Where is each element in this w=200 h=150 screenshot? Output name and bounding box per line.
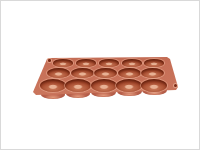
mould-cavity xyxy=(141,68,164,78)
mould-cavity xyxy=(122,59,142,66)
mould-cavity xyxy=(76,59,96,66)
mould-cavity xyxy=(118,68,141,78)
mould-cavity xyxy=(144,59,164,66)
corner-dimple xyxy=(48,59,50,61)
mould-cavity xyxy=(94,68,117,78)
mould-cavity xyxy=(71,68,94,78)
product-photo xyxy=(0,0,200,150)
mould-cavity xyxy=(40,79,66,92)
corner-dimple xyxy=(174,84,177,87)
mould-cavity xyxy=(99,59,119,66)
mould-cavity xyxy=(65,79,91,92)
mould-cavity xyxy=(53,59,73,66)
mould-cavity xyxy=(47,68,70,78)
mould-cavity xyxy=(141,79,167,92)
mould-cavity xyxy=(116,79,142,92)
mould-cavity xyxy=(91,79,117,92)
